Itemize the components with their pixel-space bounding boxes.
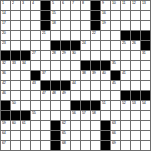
cell-r1c2[interactable] xyxy=(21,11,31,21)
clue-number: 40 xyxy=(102,71,106,75)
cell-r12c3[interactable] xyxy=(31,121,41,131)
black-cell-r11c1 xyxy=(11,111,21,121)
cell-r4c10[interactable] xyxy=(101,41,111,51)
clue-number: 34 xyxy=(22,61,26,65)
black-cell-r14c10 xyxy=(101,141,111,151)
cell-r13c1[interactable] xyxy=(11,131,21,141)
black-cell-r10c8 xyxy=(81,101,91,111)
black-cell-r4c7 xyxy=(71,41,81,51)
clue-number: 10 xyxy=(112,1,116,5)
cell-r5c8[interactable] xyxy=(81,51,91,61)
cell-r9c11[interactable] xyxy=(111,91,121,101)
clue-number: 52 xyxy=(122,101,126,105)
cell-r5c11[interactable] xyxy=(111,51,121,61)
cell-r4c3[interactable] xyxy=(31,41,41,51)
cell-r5c14[interactable]: 31 xyxy=(141,51,151,61)
clue-number: 19 xyxy=(102,21,106,25)
cell-r12c12[interactable] xyxy=(121,121,131,131)
cell-r9c4[interactable]: 47 xyxy=(41,91,51,101)
clue-number: 68 xyxy=(62,141,66,145)
cell-r10c1[interactable]: 50 xyxy=(11,101,21,111)
cell-r9c1[interactable] xyxy=(11,91,21,101)
cell-r5c7[interactable]: 30 xyxy=(71,51,81,61)
clue-number: 3 xyxy=(22,1,24,5)
cell-r3c7[interactable] xyxy=(71,31,81,41)
cell-r2c12[interactable] xyxy=(121,21,131,31)
cell-r0c2[interactable]: 3 xyxy=(21,1,31,11)
cell-r4c9[interactable] xyxy=(91,41,101,51)
black-cell-r1c4 xyxy=(41,11,51,21)
black-cell-r8c4 xyxy=(41,81,51,91)
cell-r6c4[interactable] xyxy=(41,61,51,71)
black-cell-r10c9 xyxy=(91,101,101,111)
cell-r7c4[interactable]: 37 xyxy=(41,71,51,81)
cell-r11c11[interactable] xyxy=(111,111,121,121)
black-cell-r2c9 xyxy=(91,21,101,31)
clue-number: 37 xyxy=(42,71,46,75)
cell-r13c12[interactable] xyxy=(121,131,131,141)
clue-number: 22 xyxy=(92,31,96,35)
cell-r11c10[interactable] xyxy=(101,111,111,121)
clue-number: 1 xyxy=(2,1,4,5)
clue-number: 41 xyxy=(122,71,126,75)
cell-r6c11[interactable]: 35 xyxy=(111,61,121,71)
cell-r3c2[interactable] xyxy=(21,31,31,41)
cell-r9c10[interactable] xyxy=(101,91,111,101)
cell-r2c10[interactable]: 19 xyxy=(101,21,111,31)
clue-number: 61 xyxy=(22,121,26,125)
cell-r10c2[interactable] xyxy=(21,101,31,111)
black-cell-r6c9 xyxy=(91,61,101,71)
cell-r10c4[interactable] xyxy=(41,101,51,111)
clue-number: 55 xyxy=(32,111,36,115)
cell-r0c5[interactable]: 5 xyxy=(51,1,61,11)
cell-r3c9[interactable]: 22 xyxy=(91,31,101,41)
cell-r13c13[interactable] xyxy=(131,131,141,141)
cell-r9c3[interactable] xyxy=(31,91,41,101)
cell-r8c2[interactable] xyxy=(21,81,31,91)
cell-r14c9[interactable] xyxy=(91,141,101,151)
black-cell-r9c12 xyxy=(121,91,131,101)
cell-r13c3[interactable] xyxy=(31,131,41,141)
clue-number: 32 xyxy=(2,61,6,65)
cell-r2c2[interactable] xyxy=(21,21,31,31)
cell-r11c7[interactable]: 56 xyxy=(71,111,81,121)
cell-r7c2[interactable] xyxy=(21,71,31,81)
cell-r12c0[interactable]: 59 xyxy=(1,121,11,131)
black-cell-r7c3 xyxy=(31,71,41,81)
clue-number: 25 xyxy=(122,41,126,45)
black-cell-r5c2 xyxy=(21,51,31,61)
black-cell-r13c5 xyxy=(51,131,61,141)
clue-number: 47 xyxy=(42,91,46,95)
cell-r14c13[interactable] xyxy=(131,141,141,151)
clue-number: 12 xyxy=(132,1,136,5)
cell-r11c3[interactable]: 55 xyxy=(31,111,41,121)
clue-number: 38 xyxy=(82,71,86,75)
clue-number: 48 xyxy=(52,91,56,95)
cell-r5c9[interactable] xyxy=(91,51,101,61)
black-cell-r5c0 xyxy=(1,51,11,61)
cell-r14c1[interactable] xyxy=(11,141,21,151)
cell-r1c3[interactable] xyxy=(31,11,41,21)
cell-r0c8[interactable]: 8 xyxy=(81,1,91,11)
clue-number: 31 xyxy=(142,51,146,55)
cell-r2c11[interactable] xyxy=(111,21,121,31)
black-cell-r0c9 xyxy=(91,1,101,11)
cell-r9c2[interactable] xyxy=(21,91,31,101)
cell-r4c8[interactable]: 24 xyxy=(81,41,91,51)
clue-number: 23 xyxy=(2,41,6,45)
cell-r6c3[interactable] xyxy=(31,61,41,71)
cell-r14c14[interactable] xyxy=(141,141,151,151)
cell-r8c1[interactable] xyxy=(11,81,21,91)
clue-number: 57 xyxy=(82,111,86,115)
cell-r6c0[interactable]: 32 xyxy=(1,61,11,71)
cell-r5c5[interactable]: 28 xyxy=(51,51,61,61)
cell-r13c9[interactable] xyxy=(91,131,101,141)
clue-number: 29 xyxy=(62,51,66,55)
cell-r10c10[interactable]: 51 xyxy=(101,101,111,111)
cell-r0c6[interactable]: 6 xyxy=(61,1,71,11)
black-cell-r12c10 xyxy=(101,121,111,131)
cell-r9c9[interactable] xyxy=(91,91,101,101)
cell-r0c13[interactable]: 12 xyxy=(131,1,141,11)
cell-r12c1[interactable]: 60 xyxy=(11,121,21,131)
cell-r7c12[interactable]: 41 xyxy=(121,71,131,81)
cell-r7c5[interactable] xyxy=(51,71,61,81)
clue-number: 24 xyxy=(82,41,86,45)
cell-r4c13[interactable]: 26 xyxy=(131,41,141,51)
clue-number: 50 xyxy=(12,101,16,105)
clue-number: 63 xyxy=(112,121,116,125)
cell-r8c14[interactable] xyxy=(141,81,151,91)
cell-r0c12[interactable]: 11 xyxy=(121,1,131,11)
cell-r9c0[interactable]: 46 xyxy=(1,91,11,101)
cell-r5c6[interactable]: 29 xyxy=(61,51,71,61)
cell-r0c1[interactable]: 2 xyxy=(11,1,21,11)
black-cell-r8c5 xyxy=(51,81,61,91)
cell-r9c5[interactable]: 48 xyxy=(51,91,61,101)
cell-r5c3[interactable]: 27 xyxy=(31,51,41,61)
cell-r12c7[interactable] xyxy=(71,121,81,131)
cell-r8c10[interactable] xyxy=(101,81,111,91)
clue-number: 54 xyxy=(142,101,146,105)
cell-r3c1[interactable] xyxy=(11,31,21,41)
clue-number: 2 xyxy=(12,1,14,5)
clue-number: 36 xyxy=(2,71,6,75)
cell-r0c10[interactable]: 9 xyxy=(101,1,111,11)
cell-r12c14[interactable] xyxy=(141,121,151,131)
cell-r8c9[interactable] xyxy=(91,81,101,91)
cell-r4c0[interactable]: 23 xyxy=(1,41,11,51)
cell-r5c10[interactable] xyxy=(101,51,111,61)
cell-r9c7[interactable] xyxy=(71,91,81,101)
black-cell-r9c13 xyxy=(131,91,141,101)
cell-r11c12[interactable] xyxy=(121,111,131,121)
black-cell-r1c9 xyxy=(91,11,101,21)
cell-r13c6[interactable]: 65 xyxy=(61,131,71,141)
cell-r0c0[interactable]: 1 xyxy=(1,1,11,11)
cell-r8c8[interactable] xyxy=(81,81,91,91)
clue-number: 51 xyxy=(102,101,106,105)
cell-r1c0[interactable]: 14 xyxy=(1,11,11,21)
cell-r13c8[interactable] xyxy=(81,131,91,141)
cell-r2c7[interactable] xyxy=(71,21,81,31)
cell-r10c13[interactable]: 53 xyxy=(131,101,141,111)
cell-r2c0[interactable]: 17 xyxy=(1,21,11,31)
cell-r6c13[interactable] xyxy=(131,61,141,71)
cell-r0c7[interactable]: 7 xyxy=(71,1,81,11)
cell-r6c5[interactable] xyxy=(51,61,61,71)
cell-r7c9[interactable]: 39 xyxy=(91,71,101,81)
clue-number: 46 xyxy=(2,91,6,95)
cell-r2c3[interactable] xyxy=(31,21,41,31)
clue-number: 44 xyxy=(72,81,76,85)
clue-number: 16 xyxy=(102,11,106,15)
clue-number: 27 xyxy=(32,51,36,55)
cell-r3c6[interactable] xyxy=(61,31,71,41)
cell-r7c8[interactable]: 38 xyxy=(81,71,91,81)
cell-r11c9[interactable]: 58 xyxy=(91,111,101,121)
clue-number: 39 xyxy=(92,71,96,75)
black-cell-r3c13 xyxy=(131,31,141,41)
clue-number: 56 xyxy=(72,111,76,115)
cell-r6c7[interactable] xyxy=(71,61,81,71)
cell-r11c14[interactable] xyxy=(141,111,151,121)
cell-r14c2[interactable] xyxy=(21,141,31,151)
cell-r5c13[interactable] xyxy=(131,51,141,61)
cell-r4c12[interactable]: 25 xyxy=(121,41,131,51)
cell-r0c11[interactable]: 10 xyxy=(111,1,121,11)
clue-number: 53 xyxy=(132,101,136,105)
cell-r2c13[interactable] xyxy=(131,21,141,31)
black-cell-r14c5 xyxy=(51,141,61,151)
black-cell-r6c8 xyxy=(81,61,91,71)
clue-number: 62 xyxy=(62,121,66,125)
black-cell-r2c4 xyxy=(41,21,51,31)
cell-r3c5[interactable] xyxy=(51,31,61,41)
cell-r12c6[interactable]: 62 xyxy=(61,121,71,131)
clue-number: 45 xyxy=(112,81,116,85)
cell-r14c4[interactable] xyxy=(41,141,51,151)
clue-number: 35 xyxy=(112,61,116,65)
cell-r13c11[interactable]: 66 xyxy=(111,131,121,141)
cell-r10c11[interactable] xyxy=(111,101,121,111)
black-cell-r4c6 xyxy=(61,41,71,51)
clue-number: 21 xyxy=(42,31,46,35)
cell-r7c13[interactable] xyxy=(131,71,141,81)
cell-r13c14[interactable] xyxy=(141,131,151,141)
black-cell-r11c0 xyxy=(1,111,11,121)
cell-r4c1[interactable] xyxy=(11,41,21,51)
cell-r12c8[interactable] xyxy=(81,121,91,131)
clue-number: 18 xyxy=(52,21,56,25)
clue-number: 9 xyxy=(102,1,104,5)
cell-r13c2[interactable] xyxy=(21,131,31,141)
clue-number: 7 xyxy=(72,1,74,5)
cell-r8c3[interactable]: 43 xyxy=(31,81,41,91)
cell-r14c8[interactable] xyxy=(81,141,91,151)
cell-r4c4[interactable] xyxy=(41,41,51,51)
cell-r2c8[interactable] xyxy=(81,21,91,31)
cell-r12c11[interactable]: 63 xyxy=(111,121,121,131)
cell-r6c14[interactable] xyxy=(141,61,151,71)
clue-number: 5 xyxy=(52,1,54,5)
cell-r8c13[interactable] xyxy=(131,81,141,91)
clue-number: 43 xyxy=(32,81,36,85)
cell-r4c11[interactable] xyxy=(111,41,121,51)
cell-r11c13[interactable] xyxy=(131,111,141,121)
crossword-grid: 1234567891011121314151617181920212223242… xyxy=(0,0,151,151)
black-cell-r8c6 xyxy=(61,81,71,91)
cell-r14c0[interactable]: 67 xyxy=(1,141,11,151)
clue-number: 20 xyxy=(2,31,6,35)
cell-r8c12[interactable] xyxy=(121,81,131,91)
cell-r7c0[interactable]: 36 xyxy=(1,71,11,81)
cell-r13c4[interactable] xyxy=(41,131,51,141)
clue-number: 42 xyxy=(2,81,6,85)
cell-r3c4[interactable]: 21 xyxy=(41,31,51,41)
cell-r8c11[interactable]: 45 xyxy=(111,81,121,91)
cell-r8c7[interactable]: 44 xyxy=(71,81,81,91)
cell-r5c12[interactable] xyxy=(121,51,131,61)
clue-number: 49 xyxy=(62,91,66,95)
cell-r1c13[interactable] xyxy=(131,11,141,21)
clue-number: 28 xyxy=(52,51,56,55)
cell-r12c4[interactable] xyxy=(41,121,51,131)
cell-r6c6[interactable] xyxy=(61,61,71,71)
cell-r14c7[interactable] xyxy=(71,141,81,151)
cell-r1c12[interactable] xyxy=(121,11,131,21)
clue-number: 59 xyxy=(2,121,6,125)
black-cell-r5c1 xyxy=(11,51,21,61)
black-cell-r12c5 xyxy=(51,121,61,131)
cell-r1c5[interactable]: 15 xyxy=(51,11,61,21)
cell-r2c6[interactable] xyxy=(61,21,71,31)
clue-number: 26 xyxy=(132,41,136,45)
cell-r1c14[interactable] xyxy=(141,11,151,21)
cell-r2c5[interactable]: 18 xyxy=(51,21,61,31)
cell-r12c13[interactable] xyxy=(131,121,141,131)
clue-number: 6 xyxy=(62,1,64,5)
cell-r4c2[interactable] xyxy=(21,41,31,51)
cell-r1c8[interactable] xyxy=(81,11,91,21)
cell-r2c14[interactable] xyxy=(141,21,151,31)
cell-r7c1[interactable] xyxy=(11,71,21,81)
cell-r10c12[interactable]: 52 xyxy=(121,101,131,111)
cell-r7c14[interactable] xyxy=(141,71,151,81)
cell-r3c10[interactable] xyxy=(101,31,111,41)
clue-number: 13 xyxy=(142,1,146,5)
black-cell-r10c0 xyxy=(1,101,11,111)
clue-number: 14 xyxy=(2,11,6,15)
cell-r0c3[interactable]: 4 xyxy=(31,1,41,11)
clue-number: 66 xyxy=(112,131,116,135)
black-cell-r9c14 xyxy=(141,91,151,101)
cell-r6c12[interactable] xyxy=(121,61,131,71)
clue-number: 65 xyxy=(62,131,66,135)
cell-r9c8[interactable] xyxy=(81,91,91,101)
black-cell-r4c14 xyxy=(141,41,151,51)
black-cell-r7c11 xyxy=(111,71,121,81)
clue-number: 8 xyxy=(82,1,84,5)
cell-r6c2[interactable]: 34 xyxy=(21,61,31,71)
cell-r1c11[interactable] xyxy=(111,11,121,21)
cell-r8c0[interactable]: 42 xyxy=(1,81,11,91)
cell-r13c0[interactable]: 64 xyxy=(1,131,11,141)
cell-r3c11[interactable] xyxy=(111,31,121,41)
cell-r10c14[interactable]: 54 xyxy=(141,101,151,111)
black-cell-r11c2 xyxy=(21,111,31,121)
cell-r11c5[interactable] xyxy=(51,111,61,121)
clue-number: 4 xyxy=(32,1,34,5)
cell-r3c8[interactable] xyxy=(81,31,91,41)
clue-number: 15 xyxy=(52,11,56,15)
black-cell-r0c4 xyxy=(41,1,51,11)
black-cell-r6c10 xyxy=(101,61,111,71)
black-cell-r3c14 xyxy=(141,31,151,41)
cell-r3c3[interactable] xyxy=(31,31,41,41)
cell-r6c1[interactable]: 33 xyxy=(11,61,21,71)
clue-number: 30 xyxy=(72,51,76,55)
clue-number: 58 xyxy=(92,111,96,115)
cell-r1c10[interactable]: 16 xyxy=(101,11,111,21)
clue-number: 17 xyxy=(2,21,6,25)
black-cell-r13c10 xyxy=(101,131,111,141)
cell-r3c0[interactable]: 20 xyxy=(1,31,11,41)
clue-number: 69 xyxy=(112,141,116,145)
cell-r7c7[interactable] xyxy=(71,71,81,81)
cell-r10c3[interactable] xyxy=(31,101,41,111)
cell-r7c10[interactable]: 40 xyxy=(101,71,111,81)
cell-r11c6[interactable] xyxy=(61,111,71,121)
cell-r5c4[interactable] xyxy=(41,51,51,61)
cell-r12c2[interactable]: 61 xyxy=(21,121,31,131)
cell-r10c5[interactable] xyxy=(51,101,61,111)
cell-r10c6[interactable] xyxy=(61,101,71,111)
cell-r9c6[interactable]: 49 xyxy=(61,91,71,101)
cell-r14c6[interactable]: 68 xyxy=(61,141,71,151)
clue-number: 33 xyxy=(12,61,16,65)
cell-r11c4[interactable] xyxy=(41,111,51,121)
clue-number: 67 xyxy=(2,141,6,145)
cell-r14c12[interactable] xyxy=(121,141,131,151)
cell-r1c1[interactable] xyxy=(11,11,21,21)
cell-r11c8[interactable]: 57 xyxy=(81,111,91,121)
clue-number: 64 xyxy=(2,131,6,135)
cell-r2c1[interactable] xyxy=(11,21,21,31)
black-cell-r10c7 xyxy=(71,101,81,111)
clue-number: 11 xyxy=(122,1,125,5)
black-cell-r3c12 xyxy=(121,31,131,41)
cell-r0c14[interactable]: 13 xyxy=(141,1,151,11)
cell-r14c3[interactable] xyxy=(31,141,41,151)
cell-r1c7[interactable] xyxy=(71,11,81,21)
cell-r12c9[interactable] xyxy=(91,121,101,131)
black-cell-r4c5 xyxy=(51,41,61,51)
clue-number: 60 xyxy=(12,121,16,125)
cell-r1c6[interactable] xyxy=(61,11,71,21)
cell-r7c6[interactable] xyxy=(61,71,71,81)
cell-r14c11[interactable]: 69 xyxy=(111,141,121,151)
cell-r13c7[interactable] xyxy=(71,131,81,141)
